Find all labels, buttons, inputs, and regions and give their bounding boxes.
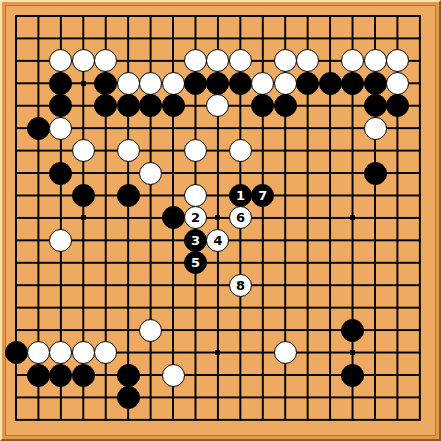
- black-stone: [72, 184, 95, 207]
- white-stone: [139, 162, 162, 185]
- white-stone: [27, 341, 50, 364]
- move-number-label: 6: [236, 211, 245, 224]
- black-stone: [72, 364, 95, 387]
- black-stone: [341, 364, 364, 387]
- black-stone: [94, 72, 117, 95]
- black-stone: [341, 72, 364, 95]
- black-stone: [364, 72, 387, 95]
- go-diagram: 17263458: [0, 0, 441, 441]
- white-stone: [364, 49, 387, 72]
- move-8-stone: 8: [229, 274, 252, 297]
- white-stone: [162, 72, 185, 95]
- black-stone: [27, 117, 50, 140]
- star-point: [81, 215, 86, 220]
- white-stone: [139, 72, 162, 95]
- white-stone: [184, 184, 207, 207]
- white-stone: [229, 139, 252, 162]
- black-stone: [117, 386, 140, 409]
- white-stone: [364, 117, 387, 140]
- black-stone: [27, 364, 50, 387]
- black-stone: [274, 94, 297, 117]
- move-1-stone: 1: [229, 184, 252, 207]
- white-stone: [72, 139, 95, 162]
- star-point: [350, 350, 355, 355]
- move-number-label: 2: [191, 211, 200, 224]
- move-3-stone: 3: [184, 229, 207, 252]
- white-stone: [117, 72, 140, 95]
- black-stone: [117, 184, 140, 207]
- move-number-label: 3: [191, 234, 200, 247]
- black-stone: [364, 94, 387, 117]
- black-stone: [5, 341, 28, 364]
- black-stone: [229, 72, 252, 95]
- black-stone: [184, 72, 207, 95]
- move-number-label: 8: [236, 279, 245, 292]
- move-number-label: 5: [191, 256, 200, 269]
- black-stone: [341, 319, 364, 342]
- star-point: [215, 215, 220, 220]
- star-point: [350, 215, 355, 220]
- white-stone: [139, 319, 162, 342]
- white-stone: [49, 117, 72, 140]
- white-stone: [274, 341, 297, 364]
- black-stone: [49, 364, 72, 387]
- white-stone: [117, 139, 140, 162]
- white-stone: [72, 341, 95, 364]
- black-stone: [364, 162, 387, 185]
- black-stone: [162, 206, 185, 229]
- black-stone: [49, 162, 72, 185]
- move-number-label: 1: [236, 189, 245, 202]
- black-stone: [319, 72, 342, 95]
- white-stone: [162, 364, 185, 387]
- white-stone: [274, 72, 297, 95]
- black-stone: [296, 72, 319, 95]
- move-number-label: 7: [258, 189, 267, 202]
- star-point: [215, 350, 220, 355]
- star-point: [81, 81, 86, 86]
- black-stone: [117, 94, 140, 117]
- white-stone: [386, 72, 409, 95]
- black-stone: [162, 94, 185, 117]
- move-number-label: 4: [213, 234, 222, 247]
- black-stone: [117, 364, 140, 387]
